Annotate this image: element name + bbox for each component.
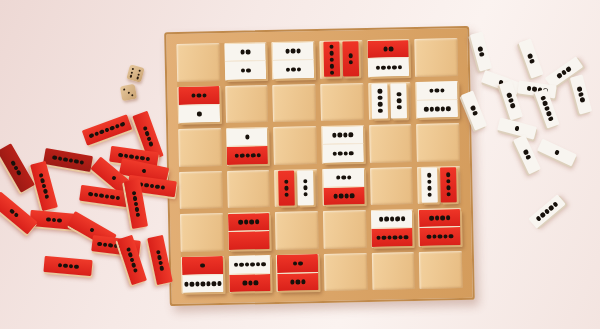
pip-dots (535, 201, 558, 221)
board-cell-r3c1[interactable] (178, 128, 221, 166)
domino-half (277, 254, 318, 272)
pip-dots (527, 53, 535, 64)
domino-half (368, 57, 409, 76)
board-cell-r3c6[interactable] (416, 123, 459, 161)
domino-tile-white-4[interactable] (372, 83, 389, 118)
board-cell-r2c4[interactable] (320, 83, 363, 121)
board-cell-r4c6[interactable] (417, 166, 460, 204)
pip-dots (131, 191, 140, 218)
pip-dots (285, 49, 301, 54)
pip-dots (243, 281, 259, 286)
loose-red-domino-4[interactable] (43, 256, 92, 276)
pip-dots (303, 179, 308, 197)
board-cell-r5c2[interactable] (228, 212, 271, 250)
domino-half (372, 227, 413, 246)
pip-dots (9, 208, 20, 218)
domino-tile-red-5[interactable] (323, 42, 340, 77)
board-cell-r2c6[interactable] (416, 81, 459, 119)
pip-dots (348, 54, 353, 65)
board-cell-r6c6[interactable] (419, 251, 462, 289)
domino-half (182, 274, 223, 293)
board-cell-r4c1[interactable] (179, 171, 222, 209)
table-surface (0, 0, 600, 329)
upright-domino-pair (417, 166, 460, 204)
board-cell-r5c6[interactable] (418, 208, 461, 246)
domino-half (417, 99, 458, 118)
domino-tile-red-4[interactable] (440, 167, 457, 202)
domino-half (322, 143, 363, 162)
pip-dots (376, 65, 403, 70)
pip-dots (523, 149, 531, 160)
board-cell-r1c6[interactable] (415, 38, 458, 76)
loose-white-domino-2[interactable] (513, 135, 541, 175)
domino-half (178, 86, 219, 104)
loose-white-domino-5[interactable] (528, 194, 565, 228)
domino-half (322, 126, 363, 144)
loose-red-domino-3[interactable] (0, 143, 35, 193)
pip-dots (429, 216, 450, 221)
domino-tile-red1-white7[interactable] (182, 256, 224, 293)
loose-red-domino-7[interactable] (82, 114, 133, 145)
pip-dots (46, 217, 62, 223)
pip-dots (234, 262, 266, 267)
domino-tile-white-3[interactable] (391, 83, 408, 118)
domino-tile-red-3[interactable] (278, 170, 295, 205)
pip-dots (126, 247, 138, 274)
pip-dots (429, 88, 445, 93)
domino-half (323, 186, 364, 205)
pip-dots (286, 67, 302, 72)
domino-tile-white2-white2[interactable] (225, 43, 267, 80)
board-cell-r4c2[interactable] (227, 170, 270, 208)
pip-dots (478, 46, 485, 57)
pip-dots (470, 105, 478, 116)
loose-red-domino-6[interactable] (43, 148, 93, 172)
pip-dots (141, 168, 146, 173)
board-cell-r6c2[interactable] (229, 255, 272, 293)
pip-dots (397, 92, 402, 110)
domino-half (323, 168, 364, 186)
pip-dots (336, 175, 352, 180)
board-cell-r5c5[interactable] (371, 209, 414, 247)
board-cell-r3c4[interactable] (321, 125, 364, 163)
board-cell-r2c2[interactable] (225, 85, 268, 123)
pip-dots (89, 227, 95, 233)
upright-domino-pair (368, 82, 411, 120)
domino-tile-red4-red5[interactable] (419, 209, 461, 246)
board-cell-r5c3[interactable] (275, 211, 318, 249)
pip-dots (241, 50, 251, 55)
board-cell-r2c1[interactable] (177, 86, 220, 124)
domino-tile-red-2[interactable] (342, 41, 359, 76)
loose-white-domino-1[interactable] (497, 117, 537, 139)
loose-red-domino-5[interactable] (117, 235, 147, 286)
upright-domino-pair (274, 169, 317, 207)
pip-dots (156, 249, 165, 270)
domino-half (371, 210, 412, 228)
game-board (164, 26, 475, 306)
pip-dots (88, 192, 120, 201)
domino-tile-white-4[interactable] (421, 167, 438, 202)
pip-dots (427, 234, 454, 239)
pip-dots (10, 160, 22, 176)
domino-half (225, 60, 266, 79)
domino-tile-white6-red3[interactable] (229, 255, 271, 292)
domino-half (419, 226, 460, 245)
domino-half (179, 104, 220, 123)
domino-tile-red2-red3[interactable] (277, 254, 319, 291)
board-cell-r5c1[interactable] (180, 213, 223, 251)
board-cell-r3c5[interactable] (369, 124, 412, 162)
domino-tile-red2-white5[interactable] (368, 40, 410, 77)
domino-tile-white3-red4[interactable] (323, 168, 365, 205)
pip-dots (57, 263, 78, 269)
domino-half (368, 40, 409, 58)
domino-half (230, 273, 271, 292)
pip-dots (293, 261, 303, 266)
board-cell-r3c3[interactable] (274, 126, 317, 164)
pip-dots (191, 93, 207, 98)
board-cell-r3c2[interactable] (226, 127, 269, 165)
pip-dots (142, 125, 153, 146)
domino-tile-red3-white1[interactable] (178, 86, 220, 123)
pip-dots (333, 151, 354, 156)
board-cell-r1c3[interactable] (272, 41, 315, 79)
pip-dots (333, 194, 354, 199)
domino-half (419, 209, 460, 227)
board-cell-r4c4[interactable] (322, 168, 365, 206)
domino-half (229, 255, 270, 273)
domino-tile-white1-red5[interactable] (227, 128, 269, 165)
loose-white-domino-3[interactable] (570, 74, 592, 114)
domino-tile-red4-red0[interactable] (228, 213, 270, 250)
board-cell-r6c1[interactable] (181, 256, 224, 294)
domino-tile-white3-white3[interactable] (273, 42, 315, 79)
pip-dots (378, 89, 383, 113)
board-cell-r6c4[interactable] (324, 253, 367, 291)
pip-dots (200, 263, 205, 268)
domino-half (273, 42, 314, 60)
domino-half (229, 230, 270, 249)
pip-dots (446, 173, 451, 197)
domino-half (416, 81, 457, 99)
pip-dots (427, 173, 432, 197)
pip-dots (506, 92, 515, 108)
domino-tile-white4-white4[interactable] (322, 126, 364, 163)
loose-white-domino-5[interactable] (534, 88, 559, 128)
domino-tile-white5-red6[interactable] (371, 210, 413, 247)
board-cell-r1c1[interactable] (176, 43, 219, 81)
domino-tile-white-3[interactable] (297, 170, 314, 205)
pip-dots (245, 135, 250, 140)
pip-dots (332, 133, 353, 138)
loose-white-domino-2[interactable] (518, 38, 543, 78)
pip-dots (111, 175, 117, 181)
wooden-die-2-showing-3[interactable] (120, 84, 137, 101)
board-cell-r4c5[interactable] (370, 167, 413, 205)
pip-dots (384, 47, 394, 52)
pip-dots (554, 150, 560, 156)
pip-dots (514, 126, 520, 132)
loose-red-domino-5[interactable] (30, 161, 58, 212)
domino-half (228, 213, 269, 231)
domino-half (225, 43, 266, 61)
loose-white-domino-1[interactable] (537, 139, 577, 167)
pip-dots (234, 153, 261, 158)
pip-dots (239, 220, 260, 225)
board-cell-r1c5[interactable] (367, 39, 410, 77)
board-cell-r1c4[interactable] (319, 40, 362, 78)
pip-dots (424, 106, 451, 111)
pip-dots (197, 112, 202, 117)
pip-dots (284, 179, 289, 197)
board-cell-r2c3[interactable] (273, 84, 316, 122)
pip-dots (290, 280, 306, 285)
board-grid (176, 38, 462, 294)
board-cell-r6c3[interactable] (276, 254, 319, 292)
pip-dots (329, 44, 334, 75)
board-cell-r2c5[interactable] (368, 82, 411, 120)
upright-domino-pair (319, 40, 362, 78)
pip-dots (139, 182, 166, 190)
wooden-die-1-showing-6[interactable] (126, 64, 144, 82)
board-cell-r1c2[interactable] (224, 42, 267, 80)
pip-dots (376, 235, 408, 240)
pip-dots (379, 216, 406, 221)
domino-tile-white3-white5[interactable] (416, 81, 458, 118)
pip-dots (52, 155, 84, 165)
board-cell-r4c3[interactable] (274, 169, 317, 207)
pip-dots (184, 281, 222, 286)
board-cell-r6c5[interactable] (371, 252, 414, 290)
pip-dots (89, 121, 126, 138)
loose-white-domino-2[interactable] (470, 31, 492, 71)
domino-half (182, 256, 223, 274)
board-cell-r5c4[interactable] (323, 210, 366, 248)
domino-half (227, 145, 268, 164)
pip-dots (38, 173, 49, 200)
domino-half (227, 128, 268, 146)
domino-half (273, 59, 314, 78)
domino-half (277, 272, 318, 291)
pip-dots (241, 68, 251, 73)
pip-dots (577, 86, 585, 102)
pip-dots (540, 95, 553, 121)
